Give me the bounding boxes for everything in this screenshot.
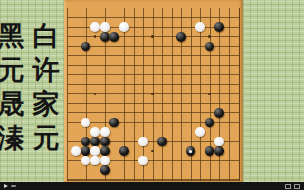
black-player-char: 晟 [0, 90, 26, 118]
black-player-char: 黑 [0, 22, 26, 50]
right-panel: 徐老师围棋教室 [243, 0, 304, 182]
white-stone[interactable] [195, 22, 205, 32]
go-board[interactable] [64, 0, 243, 182]
black-stone[interactable] [214, 22, 224, 32]
star-point [151, 35, 154, 38]
black-stone[interactable] [176, 32, 186, 42]
black-stone[interactable] [119, 146, 129, 156]
black-stone[interactable] [157, 137, 167, 147]
white-stone[interactable] [90, 146, 100, 156]
fullscreen-icon[interactable] [294, 184, 300, 189]
quality-icon[interactable] [285, 184, 291, 189]
white-player-char: 家 [31, 90, 61, 118]
left-panel: 黑元晟溱 白许家元 [0, 0, 64, 182]
black-stone[interactable] [100, 137, 110, 147]
white-stone[interactable] [195, 127, 205, 137]
black-stone[interactable] [109, 32, 119, 42]
black-stone[interactable] [186, 146, 196, 156]
white-stone[interactable] [138, 137, 148, 147]
black-stone[interactable] [100, 32, 110, 42]
black-stone[interactable] [100, 146, 110, 156]
video-player-bar[interactable] [0, 182, 304, 190]
white-stone[interactable] [100, 22, 110, 32]
star-point [208, 35, 211, 38]
white-stone[interactable] [138, 156, 148, 166]
black-stone[interactable] [214, 146, 224, 156]
video-frame: 黑元晟溱 白许家元 徐老师围棋教室 [0, 0, 304, 182]
black-player-char: 元 [0, 56, 26, 84]
white-player-char: 元 [31, 124, 61, 152]
black-stone[interactable] [100, 165, 110, 175]
black-player-char: 溱 [0, 124, 26, 152]
white-stone[interactable] [119, 22, 129, 32]
white-stone[interactable] [90, 22, 100, 32]
black-player-column: 黑元晟溱 [0, 22, 26, 152]
play-icon[interactable] [4, 184, 8, 188]
white-player-char: 白 [31, 22, 61, 50]
white-stone[interactable] [100, 127, 110, 137]
progress-indicator [11, 185, 16, 187]
white-player-char: 许 [31, 56, 61, 84]
black-stone[interactable] [214, 108, 224, 118]
white-stone[interactable] [71, 146, 81, 156]
star-point [151, 93, 154, 96]
star-point [208, 93, 211, 96]
last-move-marker [189, 150, 192, 153]
white-player-column: 白许家元 [31, 22, 61, 152]
white-stone[interactable] [100, 156, 110, 166]
white-stone[interactable] [90, 127, 100, 137]
